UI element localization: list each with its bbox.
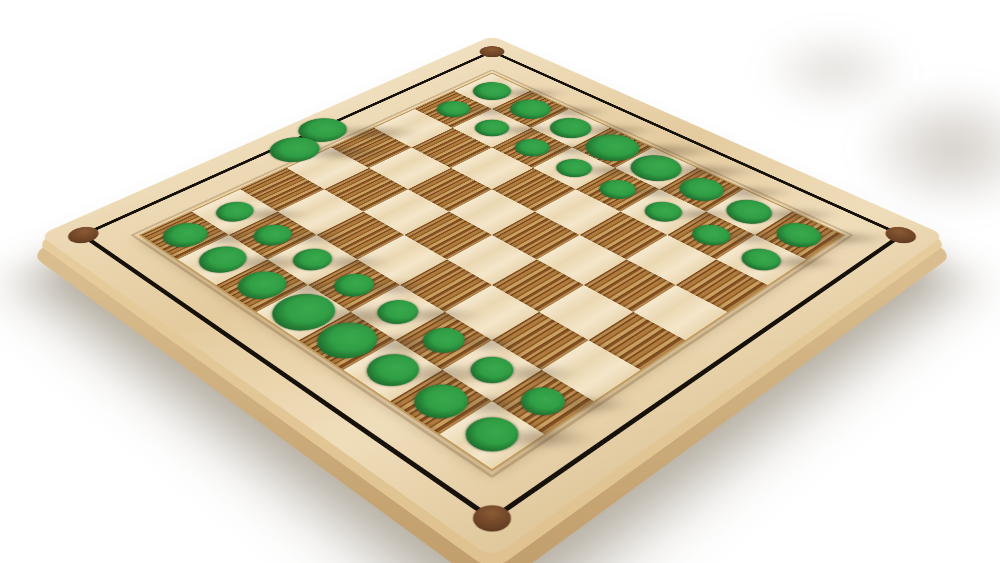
product-photo-scene: ♜♞♝♛♚♝♞♜♟♟♟♟♟♟♟♟♟♟♟♟♟♟♟♟♜♞♝♛♚♝♞♜♛♛: [0, 0, 1000, 563]
background-piece-shadow: [858, 84, 1000, 214]
pawn-glyph: ♟: [710, 148, 813, 263]
corner-dot-icon: [465, 500, 519, 537]
chess-board: ♜♞♝♛♚♝♞♜♟♟♟♟♟♟♟♟♟♟♟♟♟♟♟♟♜♞♝♛♚♝♞♜♛♛: [39, 36, 944, 558]
rook-glyph: ♜: [424, 286, 561, 439]
